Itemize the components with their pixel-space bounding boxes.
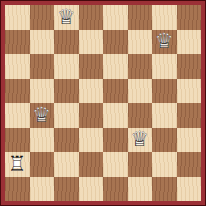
square-e3[interactable] (103, 128, 128, 153)
square-e2[interactable] (103, 152, 128, 177)
square-g8[interactable] (152, 5, 177, 30)
square-e1[interactable] (103, 177, 128, 202)
square-f6[interactable] (128, 54, 153, 79)
white-queen-fill-glyph: ♛ (152, 30, 177, 55)
square-a8[interactable] (5, 5, 30, 30)
square-b1[interactable] (30, 177, 55, 202)
square-g7[interactable]: ♛♕ (152, 30, 177, 55)
square-a2[interactable]: ♜♖ (5, 152, 30, 177)
square-b4[interactable]: ♛♕ (30, 103, 55, 128)
square-c7[interactable] (54, 30, 79, 55)
square-d6[interactable] (79, 54, 104, 79)
square-h5[interactable] (177, 79, 202, 104)
square-c4[interactable] (54, 103, 79, 128)
square-g6[interactable] (152, 54, 177, 79)
square-a5[interactable] (5, 79, 30, 104)
square-g2[interactable] (152, 152, 177, 177)
square-a7[interactable] (5, 30, 30, 55)
square-b8[interactable] (30, 5, 55, 30)
square-e5[interactable] (103, 79, 128, 104)
square-e4[interactable] (103, 103, 128, 128)
square-c1[interactable] (54, 177, 79, 202)
square-b5[interactable] (30, 79, 55, 104)
square-b7[interactable] (30, 30, 55, 55)
square-h7[interactable] (177, 30, 202, 55)
white-queen[interactable]: ♛♕ (54, 5, 79, 30)
square-a4[interactable] (5, 103, 30, 128)
square-c5[interactable] (54, 79, 79, 104)
square-f2[interactable] (128, 152, 153, 177)
white-queen-outline-glyph: ♕ (30, 103, 55, 128)
square-c8[interactable]: ♛♕ (54, 5, 79, 30)
square-h2[interactable] (177, 152, 202, 177)
square-h1[interactable] (177, 177, 202, 202)
square-g4[interactable] (152, 103, 177, 128)
square-a1[interactable] (5, 177, 30, 202)
white-rook-outline-glyph: ♖ (5, 152, 30, 177)
white-rook[interactable]: ♜♖ (5, 152, 30, 177)
square-c6[interactable] (54, 54, 79, 79)
square-b2[interactable] (30, 152, 55, 177)
white-queen-fill-glyph: ♛ (128, 128, 153, 153)
square-f5[interactable] (128, 79, 153, 104)
square-h4[interactable] (177, 103, 202, 128)
square-d1[interactable] (79, 177, 104, 202)
square-b3[interactable] (30, 128, 55, 153)
white-queen-outline-glyph: ♕ (54, 5, 79, 30)
white-rook-fill-glyph: ♜ (5, 152, 30, 177)
white-queen-fill-glyph: ♛ (30, 103, 55, 128)
square-a6[interactable] (5, 54, 30, 79)
square-h8[interactable] (177, 5, 202, 30)
square-h3[interactable] (177, 128, 202, 153)
square-d5[interactable] (79, 79, 104, 104)
white-queen[interactable]: ♛♕ (128, 128, 153, 153)
square-d2[interactable] (79, 152, 104, 177)
square-g1[interactable] (152, 177, 177, 202)
board-frame: ♛♕♛♕♛♕♛♕♜♖ (0, 0, 206, 206)
square-e6[interactable] (103, 54, 128, 79)
square-e8[interactable] (103, 5, 128, 30)
square-f7[interactable] (128, 30, 153, 55)
chess-board: ♛♕♛♕♛♕♛♕♜♖ (5, 5, 201, 201)
square-f3[interactable]: ♛♕ (128, 128, 153, 153)
square-f8[interactable] (128, 5, 153, 30)
white-queen-fill-glyph: ♛ (54, 5, 79, 30)
square-d4[interactable] (79, 103, 104, 128)
white-queen-outline-glyph: ♕ (152, 30, 177, 55)
square-d7[interactable] (79, 30, 104, 55)
square-f4[interactable] (128, 103, 153, 128)
white-queen-outline-glyph: ♕ (128, 128, 153, 153)
white-queen[interactable]: ♛♕ (30, 103, 55, 128)
square-d3[interactable] (79, 128, 104, 153)
square-c3[interactable] (54, 128, 79, 153)
square-g5[interactable] (152, 79, 177, 104)
square-c2[interactable] (54, 152, 79, 177)
square-e7[interactable] (103, 30, 128, 55)
square-h6[interactable] (177, 54, 202, 79)
square-f1[interactable] (128, 177, 153, 202)
square-g3[interactable] (152, 128, 177, 153)
square-a3[interactable] (5, 128, 30, 153)
square-b6[interactable] (30, 54, 55, 79)
square-d8[interactable] (79, 5, 104, 30)
white-queen[interactable]: ♛♕ (152, 30, 177, 55)
